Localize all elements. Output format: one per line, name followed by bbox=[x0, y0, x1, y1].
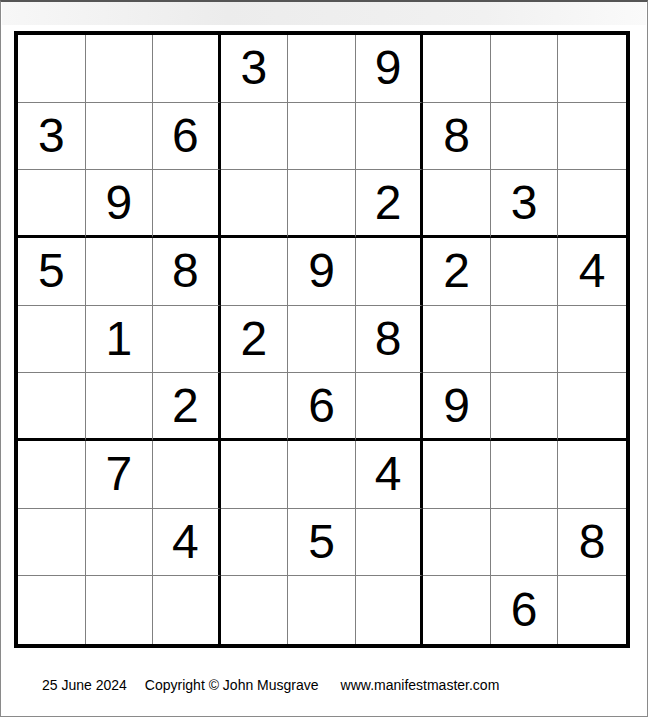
cell-r4c1[interactable]: 5 bbox=[18, 238, 86, 306]
cell-r7c2[interactable]: 7 bbox=[86, 441, 154, 509]
cell-r4c5[interactable]: 9 bbox=[288, 238, 356, 306]
cell-r9c8[interactable]: 6 bbox=[491, 576, 559, 644]
cell-r8c5[interactable]: 5 bbox=[288, 509, 356, 577]
cell-r1c9[interactable] bbox=[558, 35, 626, 103]
cell-r5c2[interactable]: 1 bbox=[86, 306, 154, 374]
cell-r7c1[interactable] bbox=[18, 441, 86, 509]
cell-r5c6[interactable]: 8 bbox=[356, 306, 424, 374]
cell-r4c7[interactable]: 2 bbox=[423, 238, 491, 306]
cell-r7c5[interactable] bbox=[288, 441, 356, 509]
cell-r2c4[interactable] bbox=[221, 103, 289, 171]
cell-r2c8[interactable] bbox=[491, 103, 559, 171]
cell-r6c6[interactable] bbox=[356, 373, 424, 441]
cell-r7c4[interactable] bbox=[221, 441, 289, 509]
cell-r8c2[interactable] bbox=[86, 509, 154, 577]
cell-r4c8[interactable] bbox=[491, 238, 559, 306]
cell-r2c2[interactable] bbox=[86, 103, 154, 171]
cell-r5c5[interactable] bbox=[288, 306, 356, 374]
cell-r4c9[interactable]: 4 bbox=[558, 238, 626, 306]
cell-r5c9[interactable] bbox=[558, 306, 626, 374]
cell-r1c8[interactable] bbox=[491, 35, 559, 103]
cell-r8c9[interactable]: 8 bbox=[558, 509, 626, 577]
cell-r8c1[interactable] bbox=[18, 509, 86, 577]
cell-r8c6[interactable] bbox=[356, 509, 424, 577]
cell-r7c7[interactable] bbox=[423, 441, 491, 509]
cell-r2c5[interactable] bbox=[288, 103, 356, 171]
cell-r5c7[interactable] bbox=[423, 306, 491, 374]
cell-r1c6[interactable]: 9 bbox=[356, 35, 424, 103]
cell-r6c2[interactable] bbox=[86, 373, 154, 441]
cell-r8c8[interactable] bbox=[491, 509, 559, 577]
sudoku-board: 3936892358924128269744586 bbox=[14, 31, 630, 648]
cell-r9c4[interactable] bbox=[221, 576, 289, 644]
cell-r6c5[interactable]: 6 bbox=[288, 373, 356, 441]
cell-r3c1[interactable] bbox=[18, 170, 86, 238]
cell-r1c2[interactable] bbox=[86, 35, 154, 103]
cell-r3c8[interactable]: 3 bbox=[491, 170, 559, 238]
cell-r4c2[interactable] bbox=[86, 238, 154, 306]
cell-r4c4[interactable] bbox=[221, 238, 289, 306]
cell-r3c6[interactable]: 2 bbox=[356, 170, 424, 238]
cell-r3c2[interactable]: 9 bbox=[86, 170, 154, 238]
cell-r3c9[interactable] bbox=[558, 170, 626, 238]
cell-r9c9[interactable] bbox=[558, 576, 626, 644]
cell-r5c4[interactable]: 2 bbox=[221, 306, 289, 374]
cell-r3c5[interactable] bbox=[288, 170, 356, 238]
cell-r3c4[interactable] bbox=[221, 170, 289, 238]
cell-r1c3[interactable] bbox=[153, 35, 221, 103]
cell-r7c8[interactable] bbox=[491, 441, 559, 509]
cell-r9c3[interactable] bbox=[153, 576, 221, 644]
cell-r6c3[interactable]: 2 bbox=[153, 373, 221, 441]
header-band bbox=[2, 2, 646, 25]
cell-r3c3[interactable] bbox=[153, 170, 221, 238]
cell-r9c6[interactable] bbox=[356, 576, 424, 644]
cell-r8c3[interactable]: 4 bbox=[153, 509, 221, 577]
cell-r6c8[interactable] bbox=[491, 373, 559, 441]
cell-r4c6[interactable] bbox=[356, 238, 424, 306]
cell-r2c7[interactable]: 8 bbox=[423, 103, 491, 171]
footer: 25 June 2024Copyright © John Musgravewww… bbox=[42, 677, 499, 693]
cell-r4c3[interactable]: 8 bbox=[153, 238, 221, 306]
cell-r6c4[interactable] bbox=[221, 373, 289, 441]
cell-r2c1[interactable]: 3 bbox=[18, 103, 86, 171]
cell-r6c1[interactable] bbox=[18, 373, 86, 441]
cell-r6c7[interactable]: 9 bbox=[423, 373, 491, 441]
cell-r9c7[interactable] bbox=[423, 576, 491, 644]
page: 3936892358924128269744586 25 June 2024Co… bbox=[0, 0, 650, 720]
cell-r2c3[interactable]: 6 bbox=[153, 103, 221, 171]
cell-r5c8[interactable] bbox=[491, 306, 559, 374]
footer-copyright: Copyright © John Musgrave bbox=[145, 677, 319, 693]
cell-r8c4[interactable] bbox=[221, 509, 289, 577]
cell-r1c7[interactable] bbox=[423, 35, 491, 103]
cell-r5c1[interactable] bbox=[18, 306, 86, 374]
cell-r1c4[interactable]: 3 bbox=[221, 35, 289, 103]
footer-date: 25 June 2024 bbox=[42, 677, 127, 693]
footer-website: www.manifestmaster.com bbox=[341, 677, 500, 693]
cell-r3c7[interactable] bbox=[423, 170, 491, 238]
cell-r2c9[interactable] bbox=[558, 103, 626, 171]
cell-r7c3[interactable] bbox=[153, 441, 221, 509]
cell-r1c1[interactable] bbox=[18, 35, 86, 103]
cell-r9c5[interactable] bbox=[288, 576, 356, 644]
cell-r1c5[interactable] bbox=[288, 35, 356, 103]
cell-r9c1[interactable] bbox=[18, 576, 86, 644]
cell-r6c9[interactable] bbox=[558, 373, 626, 441]
cell-r9c2[interactable] bbox=[86, 576, 154, 644]
cell-r7c9[interactable] bbox=[558, 441, 626, 509]
cell-r2c6[interactable] bbox=[356, 103, 424, 171]
cell-r7c6[interactable]: 4 bbox=[356, 441, 424, 509]
cell-r5c3[interactable] bbox=[153, 306, 221, 374]
cell-r8c7[interactable] bbox=[423, 509, 491, 577]
